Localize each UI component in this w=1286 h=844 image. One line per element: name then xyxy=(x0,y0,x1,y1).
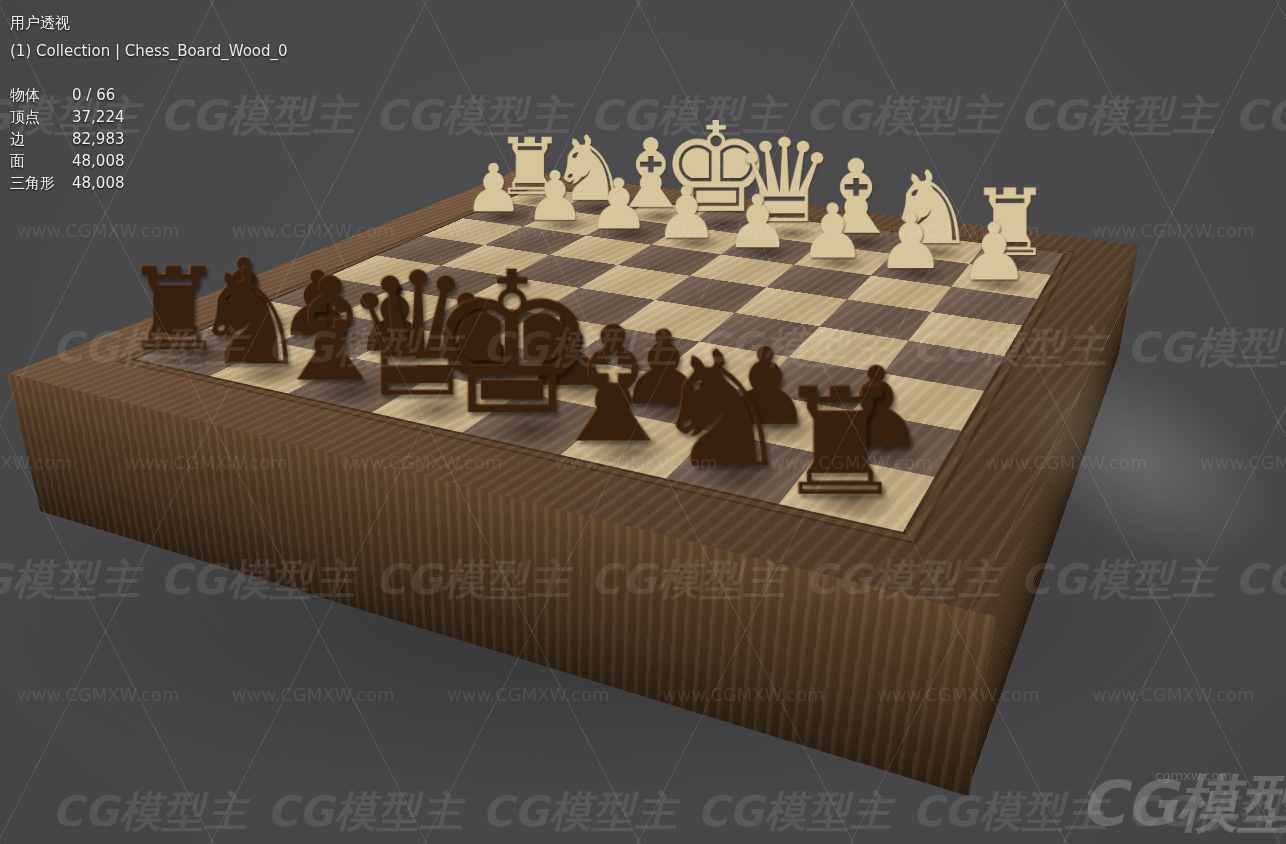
blender-viewport[interactable]: ♜♞♝♚♛♝♞♜♟♟♟♟♟♟♟♟♟♟♟♟♟♟♟♟♜♞♝♛♚♝♞♜ CG模型主CG… xyxy=(0,0,1286,844)
stat-vertices: 顶点 37,224 xyxy=(10,106,125,128)
white-pawn[interactable]: ♟ xyxy=(524,162,585,230)
white-pawn[interactable]: ♟ xyxy=(655,177,719,249)
view-perspective-label: 用户透视 xyxy=(10,14,288,33)
stat-faces: 面 48,008 xyxy=(10,150,125,172)
white-pawn[interactable]: ♟ xyxy=(464,155,524,222)
chess-board[interactable]: ♜♞♝♚♛♝♞♜♟♟♟♟♟♟♟♟♟♟♟♟♟♟♟♟♜♞♝♛♚♝♞♜ xyxy=(9,171,1139,616)
stat-triangles: 三角形 48,008 xyxy=(10,172,125,194)
collection-path: (1) Collection | Chess_Board_Wood_0 xyxy=(10,42,288,60)
white-pawn[interactable]: ♟ xyxy=(959,213,1030,293)
stat-value: 48,008 xyxy=(72,172,125,194)
stat-objects: 物体 0 / 66 xyxy=(10,84,125,106)
stat-value: 82,983 xyxy=(72,128,125,150)
stat-edges: 边 82,983 xyxy=(10,128,125,150)
black-knight[interactable]: ♞ xyxy=(650,329,794,490)
stat-value: 0 / 66 xyxy=(72,84,125,106)
white-pawn[interactable]: ♟ xyxy=(799,194,867,269)
stat-label: 边 xyxy=(10,128,72,150)
stat-value: 48,008 xyxy=(72,150,125,172)
white-pawn[interactable]: ♟ xyxy=(876,203,945,280)
stat-label: 顶点 xyxy=(10,106,72,128)
white-pawn[interactable]: ♟ xyxy=(725,186,791,259)
stat-label: 三角形 xyxy=(10,172,72,194)
stat-label: 面 xyxy=(10,150,72,172)
white-pawn[interactable]: ♟ xyxy=(588,170,651,240)
stat-label: 物体 xyxy=(10,84,72,106)
scene-stats: 物体 0 / 66 顶点 37,224 边 82,983 面 48,008 三角… xyxy=(10,84,125,194)
viewport-hud: 用户透视 (1) Collection | Chess_Board_Wood_0… xyxy=(10,14,288,194)
black-rook[interactable]: ♜ xyxy=(774,368,907,516)
stat-value: 37,224 xyxy=(72,106,125,128)
